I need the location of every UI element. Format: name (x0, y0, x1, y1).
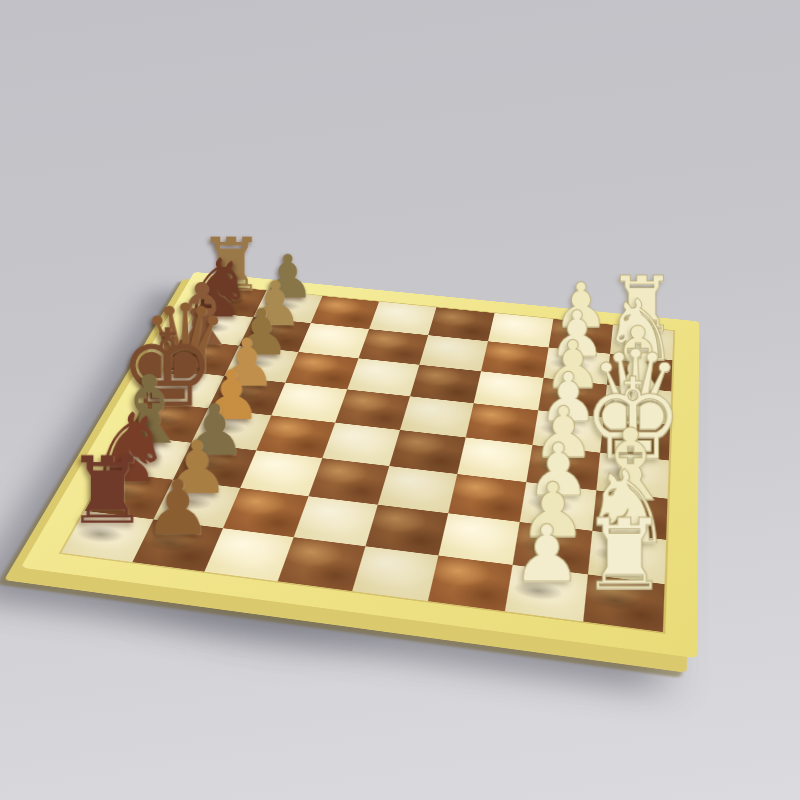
cream-rook-glyph: ♜ (580, 506, 668, 604)
brown-pawn-glyph: ♟ (144, 471, 212, 547)
photo-background: ♜♟♟♜♞♟♟♞♝♟♟♝♛♟♟♛♚♟♟♚♝♟♟♝♞♟♟♞♜♟♟♜ (0, 0, 800, 800)
scene: ♜♟♟♜♞♟♟♞♝♟♟♝♛♟♟♛♚♟♟♚♝♟♟♝♞♟♟♞♜♟♟♜ (0, 0, 800, 800)
piece-upright: ♜ (531, 506, 718, 604)
piece-upright: ♟ (89, 471, 267, 547)
